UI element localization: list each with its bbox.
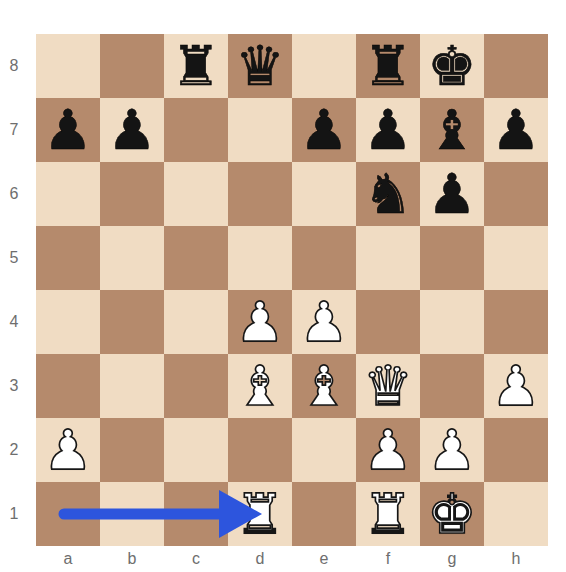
square-d2[interactable] [228,418,292,482]
square-d1[interactable]: ♜ [228,482,292,546]
square-e1[interactable] [292,482,356,546]
file-labels: abcdefgh [36,546,548,572]
piece-black-pawn[interactable]: ♟ [299,98,348,162]
square-b5[interactable] [100,226,164,290]
piece-white-pawn[interactable]: ♟ [491,354,540,418]
square-h3[interactable]: ♟ [484,354,548,418]
square-f3[interactable]: ♛ [356,354,420,418]
square-c6[interactable] [164,162,228,226]
piece-white-bishop[interactable]: ♝ [235,354,284,418]
square-h4[interactable] [484,290,548,354]
square-h7[interactable]: ♟ [484,98,548,162]
file-label-e: e [292,546,356,572]
piece-white-king[interactable]: ♚ [427,482,476,546]
square-a8[interactable] [36,34,100,98]
square-d8[interactable]: ♛ [228,34,292,98]
square-a7[interactable]: ♟ [36,98,100,162]
square-b6[interactable] [100,162,164,226]
square-b2[interactable] [100,418,164,482]
piece-black-pawn[interactable]: ♟ [107,98,156,162]
square-a6[interactable] [36,162,100,226]
rank-label-7: 7 [0,98,36,162]
piece-black-knight[interactable]: ♞ [363,162,412,226]
chess-board: ♜♛♜♚♟♟♟♟♝♟♞♟♟♟♝♝♛♟♟♟♟♜♜♚ [36,34,548,546]
rank-label-3: 3 [0,354,36,418]
square-c3[interactable] [164,354,228,418]
square-d5[interactable] [228,226,292,290]
square-f4[interactable] [356,290,420,354]
square-g4[interactable] [420,290,484,354]
square-e8[interactable] [292,34,356,98]
square-c8[interactable]: ♜ [164,34,228,98]
square-h6[interactable] [484,162,548,226]
square-d7[interactable] [228,98,292,162]
square-b8[interactable] [100,34,164,98]
rank-label-2: 2 [0,418,36,482]
file-label-g: g [420,546,484,572]
square-b1[interactable] [100,482,164,546]
square-g2[interactable]: ♟ [420,418,484,482]
square-g1[interactable]: ♚ [420,482,484,546]
square-g8[interactable]: ♚ [420,34,484,98]
square-d4[interactable]: ♟ [228,290,292,354]
square-a3[interactable] [36,354,100,418]
piece-white-rook[interactable]: ♜ [363,482,412,546]
chess-board-view: 87654321 ♜♛♜♚♟♟♟♟♝♟♞♟♟♟♝♝♛♟♟♟♟♜♜♚ abcdef… [0,0,566,572]
square-c2[interactable] [164,418,228,482]
square-f6[interactable]: ♞ [356,162,420,226]
rank-label-4: 4 [0,290,36,354]
file-label-a: a [36,546,100,572]
piece-black-pawn[interactable]: ♟ [427,162,476,226]
square-b3[interactable] [100,354,164,418]
rank-label-8: 8 [0,34,36,98]
piece-white-rook[interactable]: ♜ [235,482,284,546]
square-h1[interactable] [484,482,548,546]
piece-white-pawn[interactable]: ♟ [363,418,412,482]
square-b4[interactable] [100,290,164,354]
square-f7[interactable]: ♟ [356,98,420,162]
square-h8[interactable] [484,34,548,98]
piece-white-queen[interactable]: ♛ [363,354,412,418]
square-g3[interactable] [420,354,484,418]
rank-label-6: 6 [0,162,36,226]
square-c4[interactable] [164,290,228,354]
piece-white-pawn[interactable]: ♟ [235,290,284,354]
file-label-c: c [164,546,228,572]
square-h2[interactable] [484,418,548,482]
piece-black-pawn[interactable]: ♟ [491,98,540,162]
square-f1[interactable]: ♜ [356,482,420,546]
piece-white-bishop[interactable]: ♝ [299,354,348,418]
square-a2[interactable]: ♟ [36,418,100,482]
square-d3[interactable]: ♝ [228,354,292,418]
square-f8[interactable]: ♜ [356,34,420,98]
piece-black-bishop[interactable]: ♝ [427,98,476,162]
file-label-d: d [228,546,292,572]
piece-black-rook[interactable]: ♜ [171,34,220,98]
rank-label-5: 5 [0,226,36,290]
piece-black-pawn[interactable]: ♟ [43,98,92,162]
piece-white-pawn[interactable]: ♟ [299,290,348,354]
piece-black-queen[interactable]: ♛ [235,34,284,98]
square-e4[interactable]: ♟ [292,290,356,354]
square-f2[interactable]: ♟ [356,418,420,482]
rank-label-1: 1 [0,482,36,546]
square-g7[interactable]: ♝ [420,98,484,162]
piece-black-rook[interactable]: ♜ [363,34,412,98]
file-label-h: h [484,546,548,572]
square-h5[interactable] [484,226,548,290]
square-g5[interactable] [420,226,484,290]
piece-black-pawn[interactable]: ♟ [363,98,412,162]
square-a1[interactable] [36,482,100,546]
piece-white-pawn[interactable]: ♟ [427,418,476,482]
square-e2[interactable] [292,418,356,482]
piece-white-pawn[interactable]: ♟ [43,418,92,482]
square-g6[interactable]: ♟ [420,162,484,226]
file-label-b: b [100,546,164,572]
square-f5[interactable] [356,226,420,290]
square-e6[interactable] [292,162,356,226]
square-b7[interactable]: ♟ [100,98,164,162]
square-c5[interactable] [164,226,228,290]
square-c1[interactable] [164,482,228,546]
square-e7[interactable]: ♟ [292,98,356,162]
rank-labels: 87654321 [0,34,36,546]
square-e3[interactable]: ♝ [292,354,356,418]
square-e5[interactable] [292,226,356,290]
square-c7[interactable] [164,98,228,162]
file-label-f: f [356,546,420,572]
piece-black-king[interactable]: ♚ [427,34,476,98]
square-d6[interactable] [228,162,292,226]
square-a4[interactable] [36,290,100,354]
square-a5[interactable] [36,226,100,290]
